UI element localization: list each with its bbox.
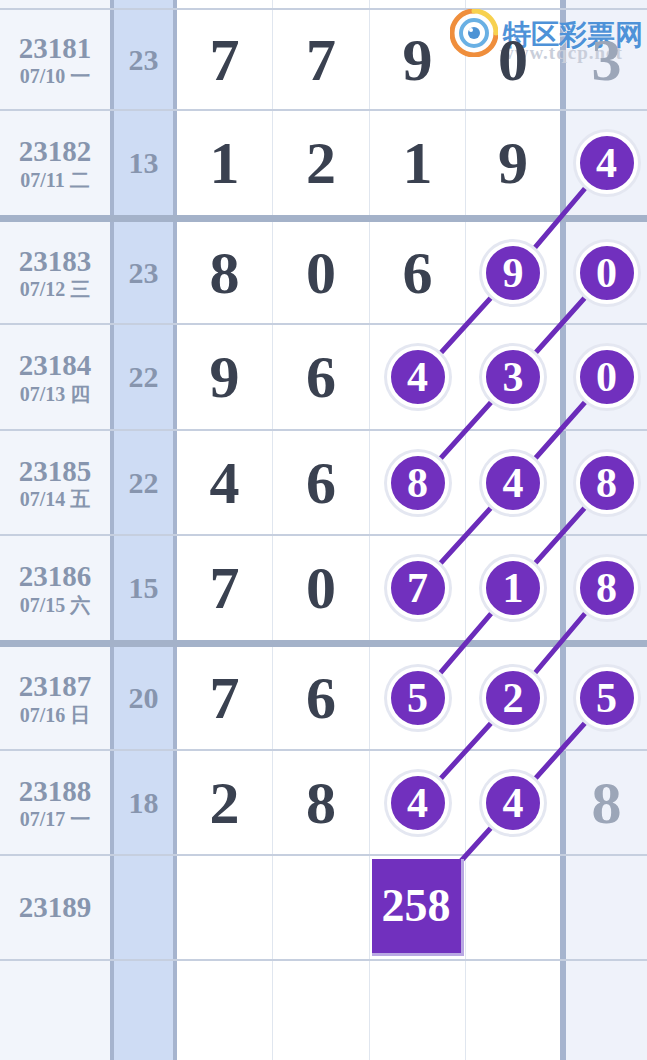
draw-date: 07/12 三	[20, 279, 91, 299]
digit: 0	[306, 558, 336, 618]
circled-digit: 4	[387, 772, 449, 834]
digit: 6	[306, 453, 336, 513]
digit-cell: 7	[177, 536, 273, 640]
digit-cell: 2	[273, 111, 370, 215]
digit-cell: 0	[273, 536, 370, 640]
digit-cell: 6	[273, 325, 370, 429]
sum-cell: 23	[110, 10, 177, 109]
digit-cell: 6	[273, 647, 370, 749]
table-row: 2318207/11 二1312194	[0, 111, 647, 215]
table-row: 2318507/14 五2246848	[0, 431, 647, 536]
digit-cell: 1	[370, 111, 466, 215]
issue-number: 23182	[19, 136, 92, 166]
prediction-box: 258	[372, 859, 464, 956]
digit-cell: 258	[370, 856, 466, 959]
sum-value: 23	[129, 256, 159, 290]
digit-cell	[177, 961, 273, 1060]
trend-table: 2318107/10 一23779032318207/11 二131219423…	[0, 0, 647, 1060]
digit-cell: 5	[560, 647, 647, 749]
issue-number: 23189	[19, 892, 92, 922]
table-row	[0, 961, 647, 1060]
digit-cell: 8	[560, 751, 647, 854]
digit-cell: 4	[560, 111, 647, 215]
digit-cell: 7	[177, 647, 273, 749]
issue-number: 23181	[19, 33, 92, 63]
digit: 1	[210, 133, 240, 193]
issue-cell: 2318307/12 三	[0, 222, 110, 323]
digit-cell: 9	[466, 111, 560, 215]
digit-cell: 0	[273, 222, 370, 323]
draw-date: 07/14 五	[20, 489, 91, 509]
digit-cell: 3	[560, 10, 647, 109]
digit: 2	[306, 133, 336, 193]
digit-cell: 9	[177, 325, 273, 429]
heavy-row-divider	[0, 640, 647, 647]
sum-value: 23	[129, 43, 159, 77]
digit-cell	[370, 0, 466, 8]
issue-number: 23187	[19, 671, 92, 701]
circled-digit: 7	[387, 557, 449, 619]
digit-cell	[560, 961, 647, 1060]
digit-cell: 4	[177, 431, 273, 534]
sum-value: 22	[129, 360, 159, 394]
digit-cell	[177, 856, 273, 959]
sum-value: 20	[129, 681, 159, 715]
issue-number: 23183	[19, 246, 92, 276]
digit: 0	[306, 243, 336, 303]
table-row: 23189258	[0, 856, 647, 961]
trend-chart: 2318107/10 一23779032318207/11 二131219423…	[0, 0, 647, 1060]
digit-cell: 2	[177, 751, 273, 854]
digit-cell: 7	[273, 10, 370, 109]
issue-cell: 2318207/11 二	[0, 111, 110, 215]
sum-cell	[110, 961, 177, 1060]
digit-cell: 0	[560, 222, 647, 323]
sum-cell	[110, 856, 177, 959]
table-row: 2318607/15 六1570718	[0, 536, 647, 640]
digit: 8	[306, 773, 336, 833]
sum-value: 15	[129, 571, 159, 605]
table-row: 2318807/17 一1828448	[0, 751, 647, 856]
circled-digit: 0	[576, 242, 638, 304]
table-row: 2318707/16 日2076525	[0, 647, 647, 751]
issue-number: 23184	[19, 350, 92, 380]
digit-muted: 3	[592, 30, 622, 90]
issue-cell: 2318607/15 六	[0, 536, 110, 640]
digit-cell: 7	[177, 10, 273, 109]
digit: 7	[306, 30, 336, 90]
digit-cell: 3	[466, 325, 560, 429]
digit-cell: 4	[370, 751, 466, 854]
table-row-partial	[0, 0, 647, 10]
sum-value: 13	[129, 146, 159, 180]
digit-cell: 0	[466, 10, 560, 109]
issue-cell: 2318407/13 四	[0, 325, 110, 429]
circled-digit: 2	[482, 667, 544, 729]
digit-cell: 8	[560, 431, 647, 534]
digit: 9	[403, 30, 433, 90]
digit-cell: 0	[560, 325, 647, 429]
digit-cell	[466, 856, 560, 959]
issue-cell	[0, 961, 110, 1060]
circled-digit: 4	[576, 132, 638, 194]
draw-date: 07/10 一	[20, 66, 91, 86]
sum-cell: 18	[110, 751, 177, 854]
issue-cell: 2318807/17 一	[0, 751, 110, 854]
digit-cell: 2	[466, 647, 560, 749]
circled-digit: 5	[387, 667, 449, 729]
digit-cell: 8	[370, 431, 466, 534]
circled-digit: 8	[387, 452, 449, 514]
sum-value: 18	[129, 786, 159, 820]
digit-cell	[560, 856, 647, 959]
issue-cell: 2318507/14 五	[0, 431, 110, 534]
digit-cell: 4	[370, 325, 466, 429]
digit-cell: 9	[370, 10, 466, 109]
digit-cell: 7	[370, 536, 466, 640]
digit-cell: 8	[560, 536, 647, 640]
digit: 6	[306, 347, 336, 407]
issue-cell: 23189	[0, 856, 110, 959]
digit-cell: 6	[273, 431, 370, 534]
digit: 7	[210, 668, 240, 728]
circled-digit: 0	[576, 346, 638, 408]
circled-digit: 1	[482, 557, 544, 619]
issue-cell	[0, 0, 110, 8]
digit-cell	[466, 0, 560, 8]
digit-cell	[273, 961, 370, 1060]
circled-digit: 8	[576, 557, 638, 619]
digit: 6	[403, 243, 433, 303]
sum-cell: 23	[110, 222, 177, 323]
digit-cell	[273, 0, 370, 8]
draw-date: 07/16 日	[20, 705, 91, 725]
draw-date: 07/15 六	[20, 595, 91, 615]
digit-cell: 1	[177, 111, 273, 215]
digit-cell	[177, 0, 273, 8]
sum-cell: 22	[110, 325, 177, 429]
issue-cell: 2318107/10 一	[0, 10, 110, 109]
digit-cell: 8	[273, 751, 370, 854]
sum-cell	[110, 0, 177, 8]
digit: 6	[306, 668, 336, 728]
issue-number: 23185	[19, 456, 92, 486]
digit-cell	[466, 961, 560, 1060]
digit-cell	[370, 961, 466, 1060]
draw-date: 07/17 一	[20, 809, 91, 829]
digit: 2	[210, 773, 240, 833]
circled-digit: 8	[576, 452, 638, 514]
digit: 7	[210, 558, 240, 618]
digit: 7	[210, 30, 240, 90]
circled-digit: 5	[576, 667, 638, 729]
issue-number: 23188	[19, 776, 92, 806]
digit-cell	[560, 0, 647, 8]
table-row: 2318107/10 一2377903	[0, 10, 647, 111]
draw-date: 07/13 四	[20, 384, 91, 404]
issue-cell: 2318707/16 日	[0, 647, 110, 749]
table-row: 2318407/13 四2296430	[0, 325, 647, 431]
circled-digit: 9	[482, 242, 544, 304]
digit-cell: 8	[177, 222, 273, 323]
digit: 4	[210, 453, 240, 513]
sum-value: 22	[129, 466, 159, 500]
issue-number: 23186	[19, 561, 92, 591]
table-row: 2318307/12 三2380690	[0, 222, 647, 325]
digit-cell: 4	[466, 431, 560, 534]
draw-date: 07/11 二	[20, 170, 89, 190]
digit: 9	[210, 347, 240, 407]
digit-muted: 8	[592, 773, 622, 833]
sum-cell: 22	[110, 431, 177, 534]
digit: 1	[403, 133, 433, 193]
circled-digit: 4	[387, 346, 449, 408]
circled-digit: 4	[482, 452, 544, 514]
sum-cell: 20	[110, 647, 177, 749]
circled-digit: 4	[482, 772, 544, 834]
digit-cell: 6	[370, 222, 466, 323]
sum-cell: 13	[110, 111, 177, 215]
digit-cell: 9	[466, 222, 560, 323]
circled-digit: 3	[482, 346, 544, 408]
digit-cell: 5	[370, 647, 466, 749]
digit: 8	[210, 243, 240, 303]
digit-cell: 1	[466, 536, 560, 640]
sum-cell: 15	[110, 536, 177, 640]
digit: 9	[498, 133, 528, 193]
digit: 0	[498, 30, 528, 90]
digit-cell: 4	[466, 751, 560, 854]
digit-cell	[273, 856, 370, 959]
heavy-row-divider	[0, 215, 647, 222]
